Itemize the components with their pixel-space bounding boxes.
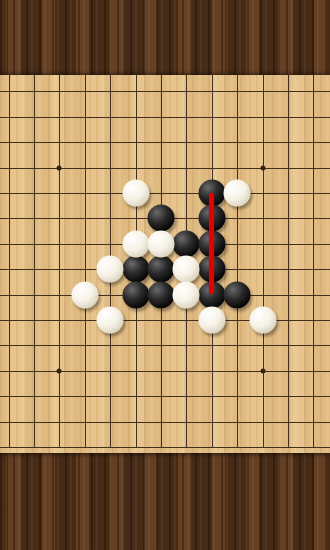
grid-line-horizontal [0, 142, 330, 143]
top-wood-panel [0, 0, 330, 75]
stone-black [147, 205, 174, 232]
stone-white [224, 179, 251, 206]
stone-white [71, 281, 98, 308]
bottom-bar: 菜单 新局 悔棋 提示 设置 [0, 453, 330, 550]
star-point [57, 368, 62, 373]
grid-line-vertical [85, 75, 86, 447]
stone-white [249, 306, 276, 333]
stone-black [173, 230, 200, 257]
grid-line-horizontal [0, 168, 330, 169]
stone-black [122, 281, 149, 308]
grid-line-horizontal [0, 193, 330, 194]
grid-line-vertical [263, 75, 264, 447]
grid-line-horizontal [0, 447, 330, 448]
grid-line-horizontal [0, 320, 330, 321]
stone-white [97, 256, 124, 283]
grid-line-horizontal [0, 371, 330, 372]
win-line [209, 193, 214, 295]
stone-white [173, 281, 200, 308]
grid-line-horizontal [0, 91, 330, 92]
grid-line-horizontal [0, 396, 330, 397]
grid-line-vertical [34, 75, 35, 447]
stone-white [198, 306, 225, 333]
stone-black [147, 281, 174, 308]
stone-white [122, 179, 149, 206]
grid-line-vertical [9, 75, 10, 447]
stone-white [147, 230, 174, 257]
grid-line-horizontal [0, 345, 330, 346]
grid-line-horizontal [0, 422, 330, 423]
stone-black [224, 281, 251, 308]
grid-line-horizontal [0, 117, 330, 118]
grid-line-vertical [288, 75, 289, 447]
grid-line-vertical [237, 75, 238, 447]
grid-line-vertical [59, 75, 60, 447]
gomoku-app: 菜单 新局 悔棋 提示 设置 [0, 0, 330, 550]
grid-line-vertical [313, 75, 314, 447]
stone-black [122, 256, 149, 283]
star-point [57, 165, 62, 170]
game-board[interactable] [0, 75, 330, 453]
stone-black [147, 256, 174, 283]
stone-white [122, 230, 149, 257]
star-point [260, 165, 265, 170]
stone-white [173, 256, 200, 283]
stone-white [97, 306, 124, 333]
star-point [260, 368, 265, 373]
